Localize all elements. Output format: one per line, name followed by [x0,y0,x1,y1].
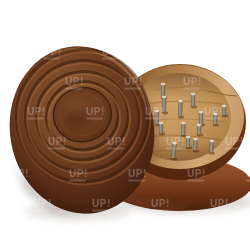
watermark-text: UP! [242,76,250,87]
watermark-text: UP! [107,136,126,147]
watermark-text: UP! [173,228,192,239]
product-photo: UP!UP!UP!UP!UP!UP!UP!UP!UP!UP!UP!UP!UP!U… [0,0,250,250]
watermark-subtitle-bar [210,210,227,212]
watermark-text: UP! [43,46,62,57]
watermark-text: UP! [132,16,151,27]
watermark-text: UP! [102,46,121,57]
watermark-subtitle-bar [242,88,250,90]
watermark-subtitle-bar [14,28,31,30]
watermark-subtitle-bar [225,148,242,150]
watermark-text: UP! [220,46,239,57]
watermark-subtitle-bar [232,240,249,242]
watermark-subtitle-bar [27,118,44,120]
watermark-subtitle-bar [86,118,103,120]
watermark-text: UP! [151,198,170,209]
grinder-photo-canvas: UP!UP!UP!UP!UP!UP!UP!UP!UP!UP!UP!UP!UP!U… [0,0,250,250]
watermark-subtitle-bar [128,180,145,182]
watermark-subtitle-bar [10,180,27,182]
watermark-subtitle-bar [55,240,72,242]
watermark-subtitle-bar [92,210,109,212]
watermark-text: UP! [210,198,229,209]
watermark-subtitle-bar [102,58,119,60]
watermark-subtitle-bar [173,240,190,242]
watermark-text: UP! [145,106,164,117]
watermark-text: UP! [246,168,250,179]
watermark-subtitle-bar [246,180,250,182]
watermark-subtitle-bar [65,88,82,90]
watermark-subtitle-bar [132,28,149,30]
watermark-text: UP! [10,168,29,179]
watermark-text: UP! [65,76,84,87]
watermark-text: UP! [166,136,185,147]
watermark-subtitle-bar [73,28,90,30]
watermark-subtitle-bar [191,28,208,30]
watermark-text: UP! [232,228,250,239]
watermark-text: UP! [73,16,92,27]
watermark-text: UP! [124,76,143,87]
watermark-text: UP! [204,106,223,117]
watermark-text: UP! [187,168,206,179]
watermark-text: UP! [55,228,74,239]
watermark-text: UP! [86,106,105,117]
watermark-text: UP! [114,228,133,239]
watermark-text: UP! [48,136,67,147]
watermark-subtitle-bar [33,210,50,212]
watermark-subtitle-bar [187,180,204,182]
watermark-text: UP! [161,46,180,57]
watermark-text: UP! [14,16,33,27]
watermark-text: UP! [27,106,46,117]
watermark-subtitle-bar [151,210,168,212]
watermark-text: UP! [225,136,244,147]
watermark-text: UP! [191,16,210,27]
watermark-subtitle-bar [166,148,183,150]
watermark-subtitle-bar [220,58,237,60]
watermark-subtitle-bar [43,58,60,60]
watermark-subtitle-bar [204,118,221,120]
watermark-text: UP! [92,198,111,209]
watermark-text: UP! [183,76,202,87]
watermark-subtitle-bar [124,88,141,90]
watermark-subtitle-bar [161,58,178,60]
watermark-text: UP! [33,198,52,209]
watermark-text: UP! [69,168,88,179]
watermark-subtitle-bar [114,240,131,242]
watermark-subtitle-bar [183,88,200,90]
watermark-subtitle-bar [107,148,124,150]
watermark-subtitle-bar [145,118,162,120]
watermark-subtitle-bar [69,180,86,182]
watermark-text: UP! [128,168,147,179]
watermark-subtitle-bar [48,148,65,150]
